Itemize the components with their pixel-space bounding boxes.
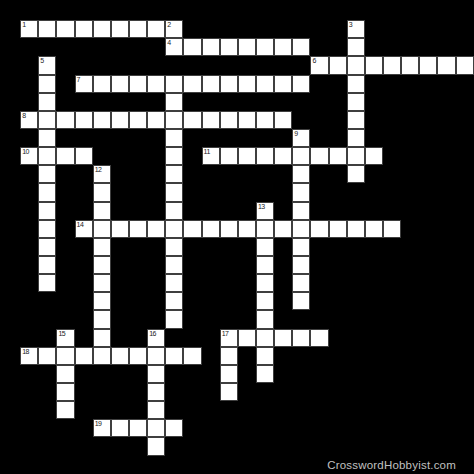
crossword-cell-r4c2[interactable] xyxy=(38,75,56,93)
crossword-cell-r8c11[interactable]: 11 xyxy=(202,147,220,165)
crossword-cell-r2c11[interactable] xyxy=(202,38,220,56)
crossword-cell-r19c10[interactable] xyxy=(183,347,201,365)
crossword-cell-r8c14[interactable] xyxy=(256,147,274,165)
crossword-cell-r7c19[interactable] xyxy=(347,129,365,147)
crossword-cell-r4c10[interactable] xyxy=(183,75,201,93)
clue-number-7: 7 xyxy=(77,76,80,84)
crossword-cell-r4c9[interactable] xyxy=(165,75,183,93)
crossword-cell-r21c3[interactable] xyxy=(56,383,74,401)
crossword-cell-r1c5[interactable] xyxy=(93,20,111,38)
crossword-cell-r4c19[interactable] xyxy=(347,75,365,93)
crossword-cell-r18c12[interactable]: 17 xyxy=(220,329,238,347)
clue-number-3: 3 xyxy=(349,21,352,29)
crossword-cell-r3c2[interactable]: 5 xyxy=(38,56,56,74)
crossword-cell-r1c8[interactable] xyxy=(147,20,165,38)
crossword-cell-r19c2[interactable] xyxy=(38,347,56,365)
crossword-cell-r19c4[interactable] xyxy=(75,347,93,365)
clue-number-4: 4 xyxy=(167,39,170,47)
crossword-cell-r17c5[interactable] xyxy=(93,310,111,328)
crossword-cell-r6c7[interactable] xyxy=(129,111,147,129)
crossword-cell-r8c1[interactable]: 10 xyxy=(20,147,38,165)
crossword-cell-r12c18[interactable] xyxy=(329,220,347,238)
crossword-cell-r15c5[interactable] xyxy=(93,274,111,292)
crossword-cell-r11c14[interactable]: 13 xyxy=(256,202,274,220)
crossword-cell-r6c14[interactable] xyxy=(256,111,274,129)
clue-number-16: 16 xyxy=(149,330,156,338)
crossword-cell-r6c6[interactable] xyxy=(111,111,129,129)
crossword-cell-r21c12[interactable] xyxy=(220,383,238,401)
crossword-cell-r12c4[interactable]: 14 xyxy=(75,220,93,238)
crossword-cell-r3c19[interactable] xyxy=(347,56,365,74)
crossword-cell-r12c12[interactable] xyxy=(220,220,238,238)
clue-number-2: 2 xyxy=(167,21,170,29)
crossword-cell-r3c25[interactable] xyxy=(456,56,474,74)
watermark: CrosswordHobbyist.com xyxy=(327,459,456,471)
crossword-cell-r5c19[interactable] xyxy=(347,93,365,111)
crossword-cell-r19c1[interactable]: 18 xyxy=(20,347,38,365)
clue-number-19: 19 xyxy=(95,420,102,428)
crossword-cell-r18c13[interactable] xyxy=(238,329,256,347)
crossword-cell-r18c15[interactable] xyxy=(274,329,292,347)
crossword-cell-r1c4[interactable] xyxy=(75,20,93,38)
clue-number-17: 17 xyxy=(222,330,229,338)
crossword-cell-r20c3[interactable] xyxy=(56,365,74,383)
clue-number-10: 10 xyxy=(22,148,29,156)
crossword-cell-r18c3[interactable]: 15 xyxy=(56,329,74,347)
crossword-cell-r23c9[interactable] xyxy=(165,419,183,437)
crossword-cell-r6c8[interactable] xyxy=(147,111,165,129)
crossword-cell-r14c2[interactable] xyxy=(38,256,56,274)
crossword-cell-r6c2[interactable] xyxy=(38,111,56,129)
crossword-cell-r20c14[interactable] xyxy=(256,365,274,383)
crossword-cell-r11c9[interactable] xyxy=(165,202,183,220)
crossword-cell-r12c20[interactable] xyxy=(365,220,383,238)
crossword-cell-r16c14[interactable] xyxy=(256,292,274,310)
crossword-cell-r3c21[interactable] xyxy=(383,56,401,74)
crossword-cell-r23c5[interactable]: 19 xyxy=(93,419,111,437)
crossword-cell-r12c17[interactable] xyxy=(310,220,328,238)
crossword-cell-r11c5[interactable] xyxy=(93,202,111,220)
crossword-cell-r6c19[interactable] xyxy=(347,111,365,129)
crossword-cell-r23c6[interactable] xyxy=(111,419,129,437)
crossword-cell-r13c16[interactable] xyxy=(292,238,310,256)
crossword-cell-r8c19[interactable] xyxy=(347,147,365,165)
crossword-cell-r12c11[interactable] xyxy=(202,220,220,238)
crossword-cell-r14c9[interactable] xyxy=(165,256,183,274)
crossword-cell-r9c9[interactable] xyxy=(165,165,183,183)
crossword-cell-r3c22[interactable] xyxy=(401,56,419,74)
crossword-cell-r10c2[interactable] xyxy=(38,183,56,201)
crossword-cell-r21c8[interactable] xyxy=(147,383,165,401)
crossword-cell-r12c13[interactable] xyxy=(238,220,256,238)
crossword-cell-r16c5[interactable] xyxy=(93,292,111,310)
crossword-cell-r8c3[interactable] xyxy=(56,147,74,165)
crossword-cell-r4c15[interactable] xyxy=(274,75,292,93)
clue-number-5: 5 xyxy=(40,57,43,65)
crossword-cell-r4c12[interactable] xyxy=(220,75,238,93)
clue-number-6: 6 xyxy=(312,57,315,65)
crossword-cell-r15c2[interactable] xyxy=(38,274,56,292)
crossword-cell-r18c8[interactable]: 16 xyxy=(147,329,165,347)
crossword-cell-r7c2[interactable] xyxy=(38,129,56,147)
crossword-cell-r12c9[interactable] xyxy=(165,220,183,238)
crossword-cell-r6c5[interactable] xyxy=(93,111,111,129)
crossword-cell-r17c9[interactable] xyxy=(165,310,183,328)
crossword-cell-r5c2[interactable] xyxy=(38,93,56,111)
crossword-cell-r1c7[interactable] xyxy=(129,20,147,38)
crossword-cell-r2c16[interactable] xyxy=(292,38,310,56)
crossword-cell-r7c9[interactable] xyxy=(165,129,183,147)
crossword-cell-r7c16[interactable]: 9 xyxy=(292,129,310,147)
crossword-cell-r2c12[interactable] xyxy=(220,38,238,56)
crossword-cell-r22c3[interactable] xyxy=(56,401,74,419)
clue-number-1: 1 xyxy=(22,21,25,29)
crossword-cell-r6c3[interactable] xyxy=(56,111,74,129)
crossword-cell-r13c14[interactable] xyxy=(256,238,274,256)
crossword-cell-r12c5[interactable] xyxy=(93,220,111,238)
crossword-cell-r12c21[interactable] xyxy=(383,220,401,238)
clue-number-18: 18 xyxy=(22,348,29,356)
crossword-cell-r23c8[interactable] xyxy=(147,419,165,437)
crossword-cell-r1c3[interactable] xyxy=(56,20,74,38)
crossword-cell-r18c16[interactable] xyxy=(292,329,310,347)
crossword-cell-r23c7[interactable] xyxy=(129,419,147,437)
crossword-cell-r4c6[interactable] xyxy=(111,75,129,93)
crossword-cell-r18c14[interactable] xyxy=(256,329,274,347)
crossword-cell-r1c9[interactable]: 2 xyxy=(165,20,183,38)
crossword-cell-r19c9[interactable] xyxy=(165,347,183,365)
crossword-cell-r16c16[interactable] xyxy=(292,292,310,310)
crossword-cell-r8c16[interactable] xyxy=(292,147,310,165)
crossword-grid: 12345678910111213141516171819 xyxy=(2,2,474,474)
crossword-cell-r11c16[interactable] xyxy=(292,202,310,220)
crossword-cell-r2c14[interactable] xyxy=(256,38,274,56)
crossword-cell-r6c13[interactable] xyxy=(238,111,256,129)
crossword-cell-r2c15[interactable] xyxy=(274,38,292,56)
crossword-cell-r19c12[interactable] xyxy=(220,347,238,365)
crossword-cell-r14c16[interactable] xyxy=(292,256,310,274)
crossword-cell-r4c16[interactable] xyxy=(292,75,310,93)
crossword-cell-r20c8[interactable] xyxy=(147,365,165,383)
crossword-cell-r3c24[interactable] xyxy=(437,56,455,74)
clue-number-13: 13 xyxy=(258,203,265,211)
crossword-cell-r24c8[interactable] xyxy=(147,437,165,455)
crossword-cell-r3c18[interactable] xyxy=(329,56,347,74)
crossword-cell-r8c13[interactable] xyxy=(238,147,256,165)
crossword-cell-r8c18[interactable] xyxy=(329,147,347,165)
clue-number-11: 11 xyxy=(204,148,210,156)
crossword-cell-r19c14[interactable] xyxy=(256,347,274,365)
crossword-cell-r3c20[interactable] xyxy=(365,56,383,74)
crossword-cell-r8c4[interactable] xyxy=(75,147,93,165)
crossword-cell-r15c14[interactable] xyxy=(256,274,274,292)
crossword-cell-r19c6[interactable] xyxy=(111,347,129,365)
crossword-cell-r10c16[interactable] xyxy=(292,183,310,201)
crossword-cell-r9c19[interactable] xyxy=(347,165,365,183)
crossword-cell-r19c7[interactable] xyxy=(129,347,147,365)
crossword-cell-r10c5[interactable] xyxy=(93,183,111,201)
crossword-cell-r12c10[interactable] xyxy=(183,220,201,238)
crossword-cell-r8c15[interactable] xyxy=(274,147,292,165)
crossword-cell-r14c5[interactable] xyxy=(93,256,111,274)
crossword-cell-r17c14[interactable] xyxy=(256,310,274,328)
crossword-cell-r18c17[interactable] xyxy=(310,329,328,347)
crossword-cell-r1c19[interactable]: 3 xyxy=(347,20,365,38)
crossword-cell-r19c5[interactable] xyxy=(93,347,111,365)
crossword-cell-r12c7[interactable] xyxy=(129,220,147,238)
crossword-cell-r8c17[interactable] xyxy=(310,147,328,165)
crossword-cell-r2c9[interactable]: 4 xyxy=(165,38,183,56)
crossword-cell-r1c2[interactable] xyxy=(38,20,56,38)
crossword-cell-r3c23[interactable] xyxy=(419,56,437,74)
crossword-cell-r19c8[interactable] xyxy=(147,347,165,365)
clue-number-12: 12 xyxy=(95,166,102,174)
crossword-cell-r9c16[interactable] xyxy=(292,165,310,183)
crossword-cell-r13c9[interactable] xyxy=(165,238,183,256)
clue-number-9: 9 xyxy=(294,130,297,138)
crossword-cell-r8c9[interactable] xyxy=(165,147,183,165)
crossword-cell-r13c2[interactable] xyxy=(38,238,56,256)
crossword-cell-r1c6[interactable] xyxy=(111,20,129,38)
crossword-cell-r9c2[interactable] xyxy=(38,165,56,183)
crossword-cell-r4c13[interactable] xyxy=(238,75,256,93)
crossword-cell-r13c5[interactable] xyxy=(93,238,111,256)
crossword-cell-r4c8[interactable] xyxy=(147,75,165,93)
crossword-cell-r19c3[interactable] xyxy=(56,347,74,365)
crossword-cell-r6c12[interactable] xyxy=(220,111,238,129)
crossword-cell-r11c2[interactable] xyxy=(38,202,56,220)
crossword-cell-r15c9[interactable] xyxy=(165,274,183,292)
crossword-cell-r16c9[interactable] xyxy=(165,292,183,310)
crossword-cell-r1c1[interactable]: 1 xyxy=(20,20,38,38)
crossword-cell-r6c1[interactable]: 8 xyxy=(20,111,38,129)
clue-number-8: 8 xyxy=(22,112,25,120)
crossword-cell-r4c4[interactable]: 7 xyxy=(75,75,93,93)
crossword-cell-r4c5[interactable] xyxy=(93,75,111,93)
crossword-cell-r8c2[interactable] xyxy=(38,147,56,165)
crossword-cell-r6c9[interactable] xyxy=(165,111,183,129)
crossword-cell-r20c12[interactable] xyxy=(220,365,238,383)
crossword-cell-r8c20[interactable] xyxy=(365,147,383,165)
crossword-cell-r2c13[interactable] xyxy=(238,38,256,56)
clue-number-14: 14 xyxy=(77,221,84,229)
crossword-cell-r2c10[interactable] xyxy=(183,38,201,56)
crossword-cell-r6c10[interactable] xyxy=(183,111,201,129)
crossword-cell-r14c14[interactable] xyxy=(256,256,274,274)
crossword-cell-r10c9[interactable] xyxy=(165,183,183,201)
crossword-cell-r4c11[interactable] xyxy=(202,75,220,93)
crossword-cell-r5c9[interactable] xyxy=(165,93,183,111)
crossword-cell-r4c14[interactable] xyxy=(256,75,274,93)
crossword-cell-r8c12[interactable] xyxy=(220,147,238,165)
crossword-cell-r15c16[interactable] xyxy=(292,274,310,292)
crossword-cell-r6c11[interactable] xyxy=(202,111,220,129)
crossword-cell-r4c7[interactable] xyxy=(129,75,147,93)
crossword-cell-r18c5[interactable] xyxy=(93,329,111,347)
crossword-cell-r6c15[interactable] xyxy=(274,111,292,129)
crossword-cell-r12c15[interactable] xyxy=(274,220,292,238)
crossword-cell-r12c6[interactable] xyxy=(111,220,129,238)
crossword-cell-r12c14[interactable] xyxy=(256,220,274,238)
crossword-cell-r12c16[interactable] xyxy=(292,220,310,238)
crossword-cell-r12c2[interactable] xyxy=(38,220,56,238)
crossword-puzzle: 12345678910111213141516171819 CrosswordH… xyxy=(0,0,474,474)
crossword-cell-r12c19[interactable] xyxy=(347,220,365,238)
crossword-cell-r2c19[interactable] xyxy=(347,38,365,56)
crossword-cell-r6c4[interactable] xyxy=(75,111,93,129)
crossword-cell-r22c8[interactable] xyxy=(147,401,165,419)
crossword-cell-r9c5[interactable]: 12 xyxy=(93,165,111,183)
clue-number-15: 15 xyxy=(58,330,65,338)
crossword-cell-r12c8[interactable] xyxy=(147,220,165,238)
crossword-cell-r3c17[interactable]: 6 xyxy=(310,56,328,74)
